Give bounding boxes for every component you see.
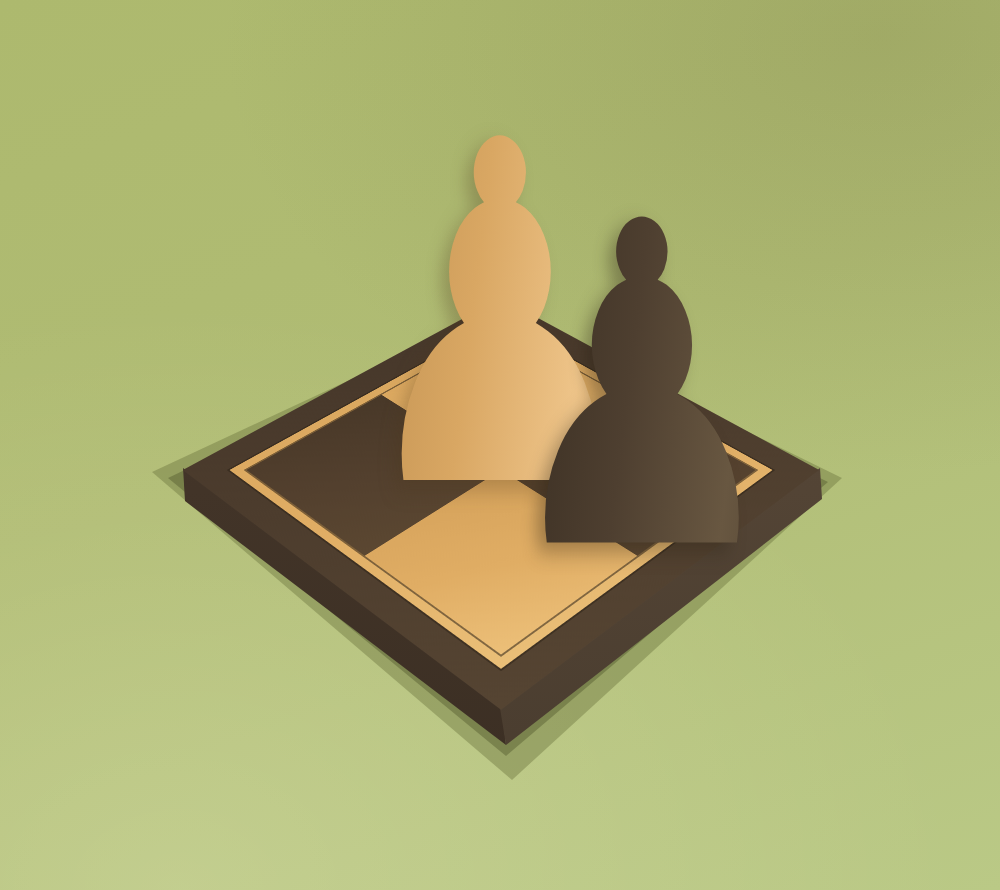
black-pawn[interactable]: ♟ bbox=[497, 165, 787, 612]
photo-scene: ♟ ♟ bbox=[0, 0, 1000, 890]
